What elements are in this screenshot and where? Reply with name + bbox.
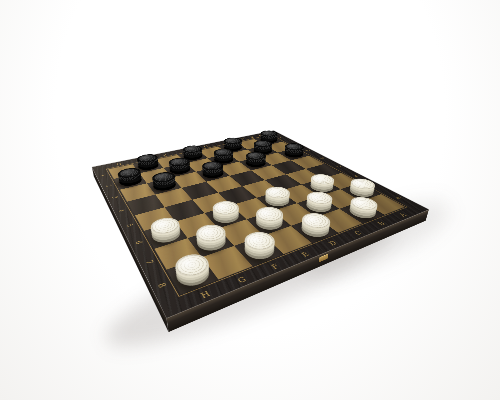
rank-label-left-5: 5 (124, 223, 134, 228)
pieces-layer (109, 135, 406, 294)
white-checker-f6 (209, 207, 244, 226)
rank-label-right-3: 3 (304, 149, 311, 151)
file-label-bottom-B: B (376, 221, 387, 227)
file-label-bottom-H: H (199, 289, 212, 299)
rank-label-left-8: 8 (155, 282, 168, 290)
brass-hinge (319, 254, 329, 263)
white-checker-b8 (344, 203, 381, 221)
file-label-bottom-A: A (398, 212, 408, 217)
rank-label-left-3: 3 (110, 196, 119, 200)
black-checker-a3 (281, 149, 307, 159)
black-checker-g3 (151, 179, 180, 193)
rank-label-left-6: 6 (133, 240, 144, 246)
file-label-bottom-G: G (236, 275, 248, 284)
file-label-bottom-F: F (270, 262, 281, 270)
white-checker-g7 (192, 231, 230, 255)
rank-label-right-4: 4 (319, 157, 326, 159)
white-checker-h6 (148, 224, 184, 246)
play-area-border (106, 135, 407, 297)
rank-label-left-1: 1 (99, 174, 107, 177)
file-label-bottom-D: D (327, 240, 338, 247)
file-label-bottom-E: E (300, 251, 311, 258)
rank-label-left-7: 7 (143, 259, 155, 265)
white-checker-d8 (296, 219, 335, 240)
product-photo-scene: 1234567812345678HGFEDCBAHGFEDCBA ♛ (0, 0, 500, 400)
white-checker-h8 (172, 260, 215, 290)
rank-label-left-4: 4 (117, 208, 126, 212)
white-checker-c7 (301, 198, 336, 215)
white-checker-e7 (251, 213, 288, 233)
black-checker-h2 (117, 175, 144, 188)
rank-label-right-6: 6 (352, 174, 360, 177)
checkers-board: 1234567812345678HGFEDCBAHGFEDCBA ♛ (92, 130, 429, 318)
file-label-bottom-C: C (352, 230, 363, 236)
rank-label-left-2: 2 (104, 184, 112, 187)
black-checker-e3 (199, 168, 227, 180)
rank-label-right-1: 1 (279, 136, 285, 138)
black-checker-c3 (243, 158, 270, 169)
white-checker-f8 (239, 238, 280, 263)
rank-label-right-8: 8 (394, 196, 403, 200)
rank-label-right-5: 5 (335, 165, 342, 168)
